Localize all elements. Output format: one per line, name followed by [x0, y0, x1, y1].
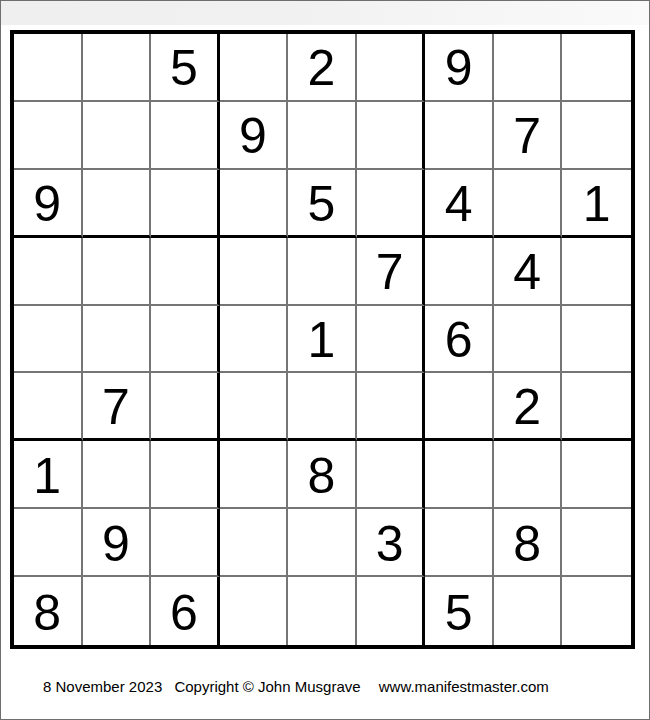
sudoku-cell-r2c6[interactable]: [357, 102, 426, 170]
footer-date: 8 November 2023: [43, 678, 162, 695]
sudoku-cell-r6c2[interactable]: 7: [83, 373, 152, 441]
sudoku-cell-r8c3[interactable]: [151, 509, 220, 577]
sudoku-cell-r6c8[interactable]: 2: [494, 373, 563, 441]
sudoku-cell-r5c2[interactable]: [83, 306, 152, 374]
sudoku-cell-r1c5[interactable]: 2: [288, 34, 357, 102]
sudoku-cell-r2c5[interactable]: [288, 102, 357, 170]
sudoku-cell-r8c2[interactable]: 9: [83, 509, 152, 577]
sudoku-cell-r6c3[interactable]: [151, 373, 220, 441]
sudoku-cell-r3c2[interactable]: [83, 170, 152, 238]
sudoku-cell-r5c5[interactable]: 1: [288, 306, 357, 374]
sudoku-cell-r2c2[interactable]: [83, 102, 152, 170]
sudoku-cell-r4c5[interactable]: [288, 238, 357, 306]
sudoku-cell-r2c9[interactable]: [562, 102, 631, 170]
sudoku-cell-r7c7[interactable]: [425, 441, 494, 509]
sudoku-cell-r7c1[interactable]: 1: [14, 441, 83, 509]
sudoku-cell-r7c6[interactable]: [357, 441, 426, 509]
sudoku-cell-r5c9[interactable]: [562, 306, 631, 374]
sudoku-cell-r9c5[interactable]: [288, 577, 357, 645]
sudoku-cell-r7c8[interactable]: [494, 441, 563, 509]
sudoku-cell-r7c4[interactable]: [220, 441, 289, 509]
sudoku-cell-r9c6[interactable]: [357, 577, 426, 645]
sudoku-cell-r1c2[interactable]: [83, 34, 152, 102]
sudoku-cell-r6c5[interactable]: [288, 373, 357, 441]
sudoku-cell-r5c8[interactable]: [494, 306, 563, 374]
sudoku-cell-r9c2[interactable]: [83, 577, 152, 645]
sudoku-cell-r7c5[interactable]: 8: [288, 441, 357, 509]
sudoku-cell-r3c5[interactable]: 5: [288, 170, 357, 238]
sudoku-cell-r2c8[interactable]: 7: [494, 102, 563, 170]
sudoku-cell-r8c8[interactable]: 8: [494, 509, 563, 577]
sudoku-cell-r7c3[interactable]: [151, 441, 220, 509]
sudoku-cell-r2c1[interactable]: [14, 102, 83, 170]
sudoku-cell-r4c8[interactable]: 4: [494, 238, 563, 306]
sudoku-cell-r4c7[interactable]: [425, 238, 494, 306]
sudoku-cell-r1c4[interactable]: [220, 34, 289, 102]
sudoku-cell-r6c4[interactable]: [220, 373, 289, 441]
sudoku-cell-r4c3[interactable]: [151, 238, 220, 306]
sudoku-cell-r1c9[interactable]: [562, 34, 631, 102]
sudoku-cell-r6c9[interactable]: [562, 373, 631, 441]
sudoku-cell-r8c7[interactable]: [425, 509, 494, 577]
sudoku-cell-r5c7[interactable]: 6: [425, 306, 494, 374]
sudoku-cell-r1c6[interactable]: [357, 34, 426, 102]
sudoku-cell-r8c1[interactable]: [14, 509, 83, 577]
sudoku-cell-r7c9[interactable]: [562, 441, 631, 509]
sudoku-cell-r4c6[interactable]: 7: [357, 238, 426, 306]
sudoku-cell-r8c6[interactable]: 3: [357, 509, 426, 577]
sudoku-cell-r9c1[interactable]: 8: [14, 577, 83, 645]
sudoku-cell-r1c3[interactable]: 5: [151, 34, 220, 102]
sudoku-cell-r8c9[interactable]: [562, 509, 631, 577]
sudoku-cell-r6c6[interactable]: [357, 373, 426, 441]
sudoku-cell-r7c2[interactable]: [83, 441, 152, 509]
sudoku-cell-r3c9[interactable]: 1: [562, 170, 631, 238]
sudoku-cell-r5c4[interactable]: [220, 306, 289, 374]
sudoku-cell-r4c4[interactable]: [220, 238, 289, 306]
sudoku-cell-r9c8[interactable]: [494, 577, 563, 645]
sudoku-cell-r4c1[interactable]: [14, 238, 83, 306]
sudoku-cell-r8c4[interactable]: [220, 509, 289, 577]
sudoku-cell-r9c4[interactable]: [220, 577, 289, 645]
sudoku-cell-r3c3[interactable]: [151, 170, 220, 238]
footer: 8 November 2023 Copyright © John Musgrav…: [43, 678, 549, 695]
footer-copyright: Copyright © John Musgrave: [174, 678, 360, 695]
sudoku-cell-r9c7[interactable]: 5: [425, 577, 494, 645]
header-strip: [1, 1, 649, 25]
sudoku-cell-r4c2[interactable]: [83, 238, 152, 306]
sudoku-cell-r9c9[interactable]: [562, 577, 631, 645]
sudoku-cell-r9c3[interactable]: 6: [151, 577, 220, 645]
sudoku-cell-r3c1[interactable]: 9: [14, 170, 83, 238]
sudoku-cell-r5c6[interactable]: [357, 306, 426, 374]
sudoku-cell-r1c7[interactable]: 9: [425, 34, 494, 102]
sudoku-cell-r8c5[interactable]: [288, 509, 357, 577]
sudoku-cell-r1c1[interactable]: [14, 34, 83, 102]
sudoku-cell-r2c4[interactable]: 9: [220, 102, 289, 170]
sudoku-cell-r5c3[interactable]: [151, 306, 220, 374]
sudoku-cell-r6c7[interactable]: [425, 373, 494, 441]
sudoku-cell-r3c6[interactable]: [357, 170, 426, 238]
sudoku-cell-r5c1[interactable]: [14, 306, 83, 374]
sudoku-cell-r3c8[interactable]: [494, 170, 563, 238]
sudoku-board: 52997954174167218938865: [10, 30, 635, 649]
sudoku-cell-r3c4[interactable]: [220, 170, 289, 238]
sudoku-cell-r4c9[interactable]: [562, 238, 631, 306]
footer-website: www.manifestmaster.com: [379, 678, 549, 695]
sudoku-cell-r3c7[interactable]: 4: [425, 170, 494, 238]
sudoku-cell-r6c1[interactable]: [14, 373, 83, 441]
sudoku-cell-r2c3[interactable]: [151, 102, 220, 170]
sudoku-cell-r2c7[interactable]: [425, 102, 494, 170]
puzzle-page: 52997954174167218938865 8 November 2023 …: [0, 0, 650, 720]
sudoku-cell-r1c8[interactable]: [494, 34, 563, 102]
